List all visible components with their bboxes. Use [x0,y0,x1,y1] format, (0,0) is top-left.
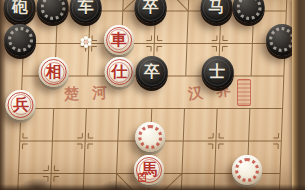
piece-character: 相 [46,64,62,80]
hidden-piece-face [37,0,69,23]
piece-face: 相 [39,57,69,87]
piece-black-horse[interactable]: 马 [200,0,232,23]
last-move-marker [80,36,92,48]
piece-red-pawn[interactable]: 兵 [6,90,36,120]
piece-black-pawn[interactable]: 卒 [136,56,168,88]
piece-black-pawn[interactable]: 卒 [135,0,167,23]
piece-character: 马 [208,0,224,15]
revealed-seal-icon [138,173,146,182]
piece-red-elephant[interactable]: 相 [39,57,69,87]
hidden-piece-face [232,155,262,185]
piece-black-hidden[interactable] [233,0,265,23]
piece-character: 兵 [13,97,29,113]
piece-black-hidden[interactable] [5,24,37,56]
piece-red-hidden[interactable] [232,155,262,185]
piece-face: 卒 [136,56,168,88]
hidden-piece-face [233,0,265,23]
xiangqi-board: 楚河 汉界 砲车卒马車相仕卒士兵馬 [0,0,305,190]
piece-character: 車 [111,32,127,48]
piece-character: 砲 [12,0,28,15]
piece-character: 车 [77,0,93,15]
piece-face: 卒 [135,0,167,23]
piece-red-rook[interactable]: 車 [104,25,134,55]
piece-red-horse[interactable]: 馬 [134,155,164,185]
piece-character: 卒 [143,0,159,15]
piece-character: 士 [209,64,225,80]
board-frame-right [292,0,305,190]
piece-face: 馬 [134,155,164,185]
piece-face: 士 [201,56,233,88]
piece-face: 砲 [4,0,36,23]
board-frame-bottom [0,184,305,190]
piece-black-advisor[interactable]: 士 [201,56,233,88]
board-frame-left [0,0,6,190]
hidden-piece-face [5,24,37,56]
piece-character: 卒 [144,64,160,80]
piece-red-hidden[interactable] [135,122,165,152]
hidden-piece-face [135,122,165,152]
piece-red-advisor[interactable]: 仕 [104,57,134,87]
piece-face: 车 [69,0,101,23]
piece-black-rook[interactable]: 车 [69,0,101,23]
piece-face: 車 [104,25,134,55]
piece-black-cannon[interactable]: 砲 [4,0,36,23]
piece-face: 仕 [104,57,134,87]
piece-black-hidden[interactable] [37,0,69,23]
pieces-grid: 砲车卒马車相仕卒士兵馬 [5,0,299,190]
piece-character: 仕 [111,64,127,80]
piece-face: 马 [200,0,232,23]
piece-face: 兵 [6,90,36,120]
